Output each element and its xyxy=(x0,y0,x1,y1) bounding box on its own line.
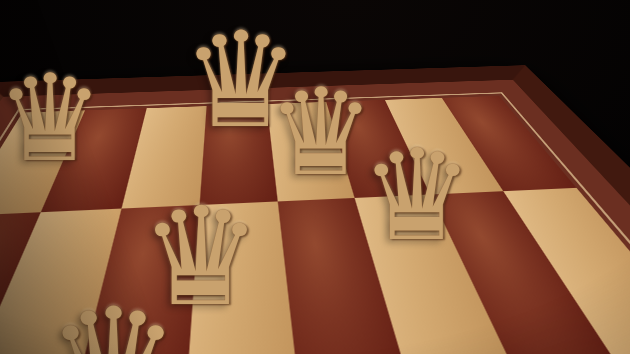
scene: ♛♛♛♛♛♛♛♛ xyxy=(0,0,630,354)
piece-white-queen-h4[interactable]: ♛ xyxy=(477,205,601,343)
piece-white-queen-g5[interactable]: ♛ xyxy=(361,133,474,259)
piece-white-queen-e7[interactable]: ♛ xyxy=(267,73,375,193)
piece-white-queen-a8[interactable]: ♛ xyxy=(0,59,104,179)
piece-white-queen-b5[interactable]: ♛ xyxy=(46,288,180,354)
